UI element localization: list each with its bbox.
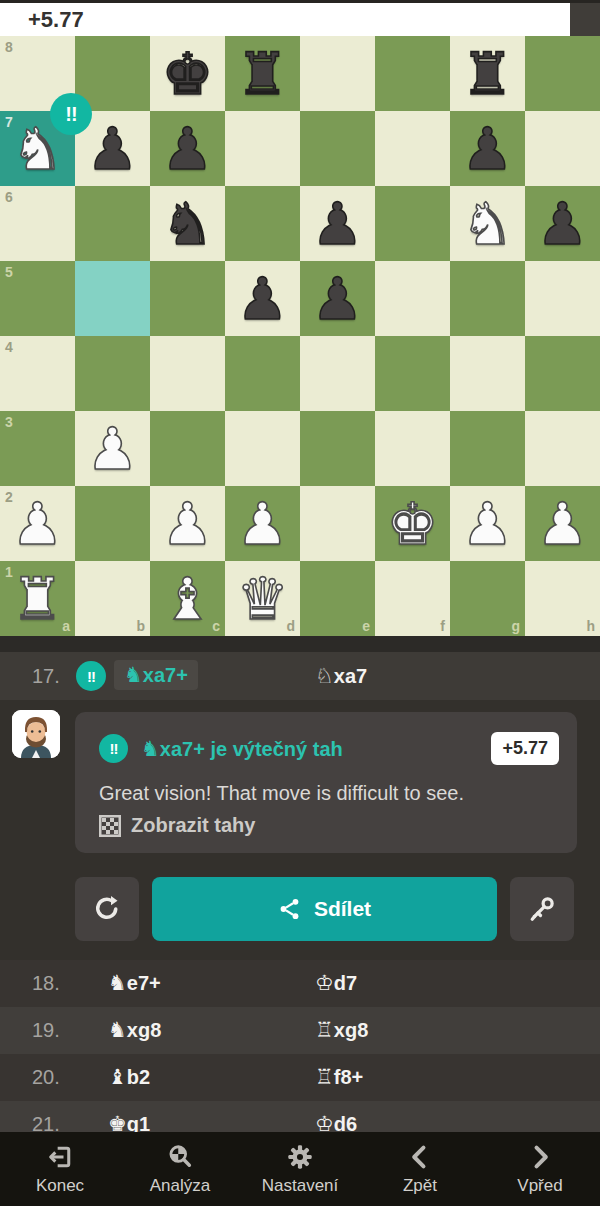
piece-white-king-f2[interactable]: ♚ xyxy=(375,486,450,561)
square-b2[interactable] xyxy=(75,486,150,561)
black-figurine: ♔ xyxy=(315,1112,334,1132)
black-move-text: f8+ xyxy=(334,1066,363,1088)
move-row-21[interactable]: 21.♚g1♔d6 xyxy=(0,1101,600,1132)
square-g3[interactable] xyxy=(450,411,525,486)
nav-item-back[interactable]: Zpět xyxy=(360,1132,480,1206)
share-icon xyxy=(278,897,302,921)
chess-app-screen: +5.77 8♚♜♜7♞♟♟♟6♞♟♞♟5♟♟43♟2♟♟♟♚♟♟1a♜bc♝d… xyxy=(0,0,600,1206)
square-g5[interactable] xyxy=(450,261,525,336)
move-row-18[interactable]: 18.♞e7+♔d7 xyxy=(0,960,600,1007)
white-figurine: ♞ xyxy=(108,971,127,995)
black-move[interactable]: ♖f8+ xyxy=(315,1054,363,1101)
piece-white-bishop-c1[interactable]: ♝ xyxy=(150,561,225,636)
square-b1[interactable]: b xyxy=(75,561,150,636)
square-c1[interactable]: c♝ xyxy=(150,561,225,636)
share-button[interactable]: Sdílet xyxy=(152,877,497,941)
piece-black-king-c8[interactable]: ♚ xyxy=(150,36,225,111)
square-d3[interactable] xyxy=(225,411,300,486)
piece-white-knight-a7[interactable]: ♞ xyxy=(0,111,75,186)
piece-black-pawn-h6[interactable]: ♟ xyxy=(525,186,600,261)
square-f6[interactable] xyxy=(375,186,450,261)
square-g7[interactable]: ♟ xyxy=(450,111,525,186)
board-list-gap xyxy=(0,636,600,652)
square-c3[interactable] xyxy=(150,411,225,486)
square-e4[interactable] xyxy=(300,336,375,411)
retry-button[interactable] xyxy=(75,877,139,941)
white-move[interactable]: ♚g1 xyxy=(108,1101,150,1132)
move-number: 20. xyxy=(32,1054,60,1101)
rank-label-5: 5 xyxy=(5,264,13,280)
piece-black-pawn-d5[interactable]: ♟ xyxy=(225,261,300,336)
square-b7[interactable]: ♟ xyxy=(75,111,150,186)
black-move[interactable]: ♔d6 xyxy=(315,1101,357,1132)
nav-label-forward: Vpřed xyxy=(517,1176,562,1196)
white-move[interactable]: ♞e7+ xyxy=(108,960,161,1007)
piece-black-pawn-e5[interactable]: ♟ xyxy=(300,261,375,336)
nav-label-settings: Nastavení xyxy=(262,1176,339,1196)
white-figurine: ♞ xyxy=(108,1018,127,1042)
piece-white-knight-g6[interactable]: ♞ xyxy=(450,186,525,261)
square-h2[interactable]: ♟ xyxy=(525,486,600,561)
white-figurine: ♚ xyxy=(108,1112,127,1132)
square-f5[interactable] xyxy=(375,261,450,336)
refresh-icon xyxy=(92,894,122,924)
square-h8[interactable] xyxy=(525,36,600,111)
square-e7[interactable] xyxy=(300,111,375,186)
square-f8[interactable] xyxy=(375,36,450,111)
square-a4[interactable]: 4 xyxy=(0,336,75,411)
square-d6[interactable] xyxy=(225,186,300,261)
nav-item-end[interactable]: Konec xyxy=(0,1132,120,1206)
square-d7[interactable] xyxy=(225,111,300,186)
move-number: 17. xyxy=(32,652,60,700)
square-e3[interactable] xyxy=(300,411,375,486)
move-row-20[interactable]: 20.♝b2♖f8+ xyxy=(0,1054,600,1101)
rank-label-6: 6 xyxy=(5,189,13,205)
coach-comment-card: !! ♞xa7+ je výtečný tah +5.77 Great visi… xyxy=(75,712,577,853)
square-h1[interactable]: h xyxy=(525,561,600,636)
white-move-text: xg8 xyxy=(127,1019,161,1041)
chess-board: 8♚♜♜7♞♟♟♟6♞♟♞♟5♟♟43♟2♟♟♟♚♟♟1a♜bc♝d♛efgh xyxy=(0,36,600,636)
square-f1[interactable]: f xyxy=(375,561,450,636)
piece-black-pawn-e6[interactable]: ♟ xyxy=(300,186,375,261)
square-e6[interactable]: ♟ xyxy=(300,186,375,261)
square-c5[interactable] xyxy=(150,261,225,336)
white-move-text: b2 xyxy=(127,1066,150,1088)
square-d8[interactable]: ♜ xyxy=(225,36,300,111)
coach-title: ♞xa7+ je výtečný tah xyxy=(141,737,343,761)
share-label: Sdílet xyxy=(314,897,371,921)
piece-white-rook-a1[interactable]: ♜ xyxy=(0,561,75,636)
chevron-right-icon xyxy=(526,1143,554,1171)
white-figurine: ♝ xyxy=(108,1065,127,1089)
rank-label-3: 3 xyxy=(5,414,13,430)
square-g1[interactable]: g xyxy=(450,561,525,636)
piece-white-queen-d1[interactable]: ♛ xyxy=(225,561,300,636)
coach-title-row: !! ♞xa7+ je výtečný tah +5.77 xyxy=(99,732,559,765)
file-label-f: f xyxy=(440,618,445,634)
square-f4[interactable] xyxy=(375,336,450,411)
square-g8[interactable]: ♜ xyxy=(450,36,525,111)
black-move-text: d6 xyxy=(334,1113,357,1132)
nav-label-back: Zpět xyxy=(403,1176,437,1196)
square-f7[interactable] xyxy=(375,111,450,186)
square-d4[interactable] xyxy=(225,336,300,411)
piece-black-rook-g8[interactable]: ♜ xyxy=(450,36,525,111)
coach-title-text: xa7+ je výtečný tah xyxy=(160,738,343,760)
black-knight-figurine: ♘ xyxy=(315,664,334,688)
square-g2[interactable]: ♟ xyxy=(450,486,525,561)
black-move-text: d7 xyxy=(334,972,357,994)
gear-icon xyxy=(286,1143,314,1171)
piece-white-pawn-a2[interactable]: ♟ xyxy=(0,486,75,561)
piece-white-pawn-h2[interactable]: ♟ xyxy=(525,486,600,561)
piece-black-pawn-b7[interactable]: ♟ xyxy=(75,111,150,186)
square-c6[interactable]: ♞ xyxy=(150,186,225,261)
knight-figurine: ♞ xyxy=(141,737,160,761)
square-a2[interactable]: 2♟ xyxy=(0,486,75,561)
square-d5[interactable]: ♟ xyxy=(225,261,300,336)
square-b4[interactable] xyxy=(75,336,150,411)
square-b6[interactable] xyxy=(75,186,150,261)
square-e2[interactable] xyxy=(300,486,375,561)
square-h7[interactable] xyxy=(525,111,600,186)
piece-white-pawn-c2[interactable]: ♟ xyxy=(150,486,225,561)
white-move[interactable]: ♞xg8 xyxy=(108,1007,161,1054)
square-e8[interactable] xyxy=(300,36,375,111)
nav-item-settings[interactable]: Nastavení xyxy=(240,1132,360,1206)
evaluation-bar-black-part xyxy=(570,3,600,36)
move-number: 21. xyxy=(32,1101,60,1132)
square-c2[interactable]: ♟ xyxy=(150,486,225,561)
evaluation-pill: +5.77 xyxy=(491,732,559,765)
file-label-b: b xyxy=(136,618,145,634)
square-a8[interactable]: 8 xyxy=(0,36,75,111)
square-g4[interactable] xyxy=(450,336,525,411)
piece-white-pawn-b3[interactable]: ♟ xyxy=(75,411,150,486)
coach-comment-text: Great vision! That move is difficult to … xyxy=(99,782,464,805)
chevron-left-icon xyxy=(406,1143,434,1171)
key-icon xyxy=(527,894,557,924)
bottom-navbar: Konec Analýza Nastaven xyxy=(0,1132,600,1206)
square-h4[interactable] xyxy=(525,336,600,411)
exit-icon xyxy=(46,1143,74,1171)
move-list: 18.♞e7+♔d719.♞xg8♖xg820.♝b2♖f8+21.♚g1♔d6 xyxy=(0,960,600,1132)
current-move-white[interactable]: ♞xa7+ xyxy=(114,660,198,690)
white-move-text: g1 xyxy=(127,1113,150,1132)
evaluation-score: +5.77 xyxy=(28,3,84,36)
black-move-text: xa7 xyxy=(334,665,367,687)
evaluation-bar: +5.77 xyxy=(0,3,600,36)
white-knight-figurine: ♞ xyxy=(124,663,143,687)
file-label-h: h xyxy=(586,618,595,634)
square-a6[interactable]: 6 xyxy=(0,186,75,261)
move-number: 18. xyxy=(32,960,60,1007)
piece-black-knight-c6[interactable]: ♞ xyxy=(150,186,225,261)
coach-avatar-illustration xyxy=(12,710,60,758)
square-a3[interactable]: 3 xyxy=(0,411,75,486)
black-move[interactable]: ♖xg8 xyxy=(315,1007,368,1054)
brilliant-badge-coach: !! xyxy=(99,734,128,763)
mini-board-icon xyxy=(99,815,121,837)
square-b8[interactable] xyxy=(75,36,150,111)
white-move-text: xa7+ xyxy=(143,664,188,686)
square-a7[interactable]: 7♞ xyxy=(0,111,75,186)
square-a5[interactable]: 5 xyxy=(0,261,75,336)
square-f3[interactable] xyxy=(375,411,450,486)
black-figurine: ♖ xyxy=(315,1065,334,1089)
square-c8[interactable]: ♚ xyxy=(150,36,225,111)
piece-white-pawn-d2[interactable]: ♟ xyxy=(225,486,300,561)
square-b5[interactable] xyxy=(75,261,150,336)
show-moves-button[interactable]: Zobrazit tahy xyxy=(99,814,255,837)
current-move-black[interactable]: ♘xa7 xyxy=(315,652,367,700)
rank-label-8: 8 xyxy=(5,39,13,55)
nav-label-analysis: Analýza xyxy=(150,1176,210,1196)
square-h3[interactable] xyxy=(525,411,600,486)
square-c4[interactable] xyxy=(150,336,225,411)
white-move-text: e7+ xyxy=(127,972,161,994)
square-c7[interactable]: ♟ xyxy=(150,111,225,186)
black-figurine: ♔ xyxy=(315,971,334,995)
rank-label-4: 4 xyxy=(5,339,13,355)
move-row-19[interactable]: 19.♞xg8♖xg8 xyxy=(0,1007,600,1054)
brilliant-badge-small: !! xyxy=(76,661,106,691)
show-moves-label: Zobrazit tahy xyxy=(131,814,255,837)
square-a1[interactable]: 1a♜ xyxy=(0,561,75,636)
white-move[interactable]: ♝b2 xyxy=(108,1054,150,1101)
square-f2[interactable]: ♚ xyxy=(375,486,450,561)
square-h5[interactable] xyxy=(525,261,600,336)
nav-label-end: Konec xyxy=(36,1176,84,1196)
black-move-text: xg8 xyxy=(334,1019,368,1041)
key-moments-button[interactable] xyxy=(510,877,574,941)
square-e5[interactable]: ♟ xyxy=(300,261,375,336)
square-g6[interactable]: ♞ xyxy=(450,186,525,261)
square-d1[interactable]: d♛ xyxy=(225,561,300,636)
piece-white-pawn-g2[interactable]: ♟ xyxy=(450,486,525,561)
move-number: 19. xyxy=(32,1007,60,1054)
coach-avatar[interactable] xyxy=(12,710,60,758)
analysis-icon xyxy=(166,1143,194,1171)
square-h6[interactable]: ♟ xyxy=(525,186,600,261)
file-label-g: g xyxy=(511,618,520,634)
piece-black-rook-d8[interactable]: ♜ xyxy=(225,36,300,111)
current-move-row[interactable]: 17. !! ♞xa7+ ♘xa7 xyxy=(0,652,600,700)
piece-black-pawn-c7[interactable]: ♟ xyxy=(150,111,225,186)
black-figurine: ♖ xyxy=(315,1018,334,1042)
square-d2[interactable]: ♟ xyxy=(225,486,300,561)
nav-item-forward[interactable]: Vpřed xyxy=(480,1132,600,1206)
nav-item-analysis[interactable]: Analýza xyxy=(120,1132,240,1206)
piece-black-pawn-g7[interactable]: ♟ xyxy=(450,111,525,186)
black-move[interactable]: ♔d7 xyxy=(315,960,357,1007)
file-label-e: e xyxy=(362,618,370,634)
square-b3[interactable]: ♟ xyxy=(75,411,150,486)
square-e1[interactable]: e xyxy=(300,561,375,636)
